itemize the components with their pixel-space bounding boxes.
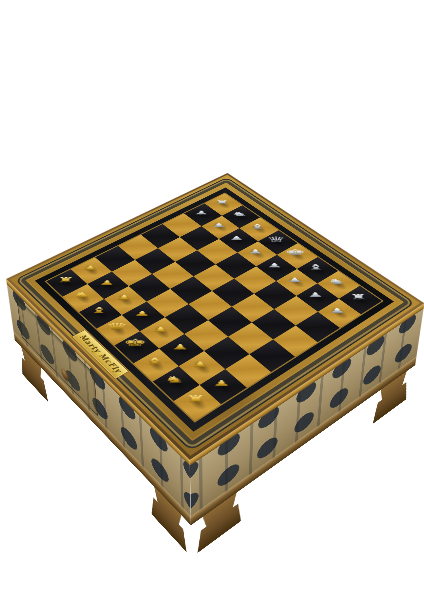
square-h4[interactable] bbox=[249, 339, 295, 372]
square-c1[interactable]: ♝ bbox=[79, 299, 122, 328]
chess-box: ♜♞♝♛♚♝♞♜♟♟♟♟♟♟♟♟♟♟♟♟♟♟♟♟♜♞♝♛♚♝♞♜ Marty M… bbox=[6, 173, 424, 460]
piece-shadow-ellipse bbox=[185, 392, 210, 412]
piece-shadow-ellipse bbox=[132, 308, 154, 324]
square-h2[interactable]: ♟ bbox=[200, 369, 247, 404]
gold-bishop-glyph: ♝ bbox=[131, 357, 177, 366]
silver-bishop-glyph: ♝ bbox=[295, 263, 337, 270]
square-e3[interactable] bbox=[165, 304, 208, 334]
piece-shadow-ellipse bbox=[211, 376, 236, 395]
piece-shadow-ellipse bbox=[144, 355, 168, 374]
silver-bishop-glyph: ♝ bbox=[238, 223, 277, 229]
square-e2[interactable]: ♟ bbox=[140, 317, 184, 348]
gold-rook-glyph: ♜ bbox=[171, 394, 219, 403]
piece-shadow-ellipse bbox=[107, 321, 129, 338]
gold-rook-glyph: ♜ bbox=[44, 276, 87, 283]
board-top-surface: ♜♞♝♛♚♝♞♜♟♟♟♟♟♟♟♟♟♟♟♟♟♟♟♟♜♞♝♛♚♝♞♜ Marty M… bbox=[6, 173, 424, 460]
square-e1[interactable]: ♚ bbox=[115, 331, 160, 363]
gold-pawn-glyph: ♟ bbox=[198, 379, 245, 387]
silver-pawn-glyph: ♟ bbox=[294, 292, 337, 298]
square-g5[interactable] bbox=[252, 309, 296, 339]
square-h5[interactable] bbox=[273, 325, 318, 357]
silver-pawn-glyph: ♟ bbox=[200, 222, 239, 227]
gold-pawn-glyph: ♟ bbox=[102, 295, 145, 302]
silver-pawn-glyph: ♟ bbox=[315, 307, 359, 314]
gold-pawn-glyph: ♟ bbox=[177, 361, 223, 369]
square-d1[interactable]: ♛ bbox=[96, 315, 140, 346]
square-f4[interactable] bbox=[208, 306, 252, 336]
silver-knight-glyph: ♞ bbox=[220, 211, 258, 217]
square-h7[interactable]: ♟ bbox=[318, 298, 361, 327]
silver-pawn-glyph: ♟ bbox=[235, 249, 275, 255]
square-g4[interactable] bbox=[228, 323, 273, 354]
piece-shadow-ellipse bbox=[190, 358, 214, 377]
piece-shadow-ellipse bbox=[151, 324, 174, 341]
square-d2[interactable]: ♟ bbox=[122, 301, 165, 331]
gold-bishop-glyph: ♝ bbox=[77, 306, 121, 314]
gold-pawn-glyph: ♟ bbox=[157, 343, 202, 350]
square-g2[interactable]: ♟ bbox=[179, 351, 225, 385]
silver-rook-glyph: ♜ bbox=[203, 199, 240, 205]
silver-knight-glyph: ♞ bbox=[315, 278, 358, 285]
square-f1[interactable]: ♝ bbox=[133, 348, 179, 381]
square-f2[interactable]: ♟ bbox=[159, 334, 204, 366]
piece-shadow-ellipse bbox=[164, 373, 188, 392]
square-f5[interactable] bbox=[231, 293, 274, 322]
square-e4[interactable] bbox=[189, 291, 232, 320]
square-f3[interactable] bbox=[184, 320, 228, 351]
square-h1[interactable]: ♜ bbox=[173, 385, 221, 421]
silver-queen-glyph: ♛ bbox=[256, 236, 296, 243]
box-foot bbox=[197, 489, 242, 553]
silver-king-glyph: ♚ bbox=[275, 249, 316, 257]
silver-pawn-glyph: ♟ bbox=[217, 235, 256, 241]
board-frame-rail: ♜♞♝♛♚♝♞♜♟♟♟♟♟♟♟♟♟♟♟♟♟♟♟♟♜♞♝♛♚♝♞♜ Marty M… bbox=[10, 175, 420, 456]
piece-shadow-ellipse bbox=[125, 338, 148, 356]
silver-pawn-glyph: ♟ bbox=[183, 210, 221, 215]
gold-pawn-glyph: ♟ bbox=[85, 280, 127, 286]
square-g3[interactable] bbox=[204, 337, 249, 369]
gold-pawn-glyph: ♟ bbox=[120, 310, 164, 317]
square-g1[interactable]: ♞ bbox=[153, 366, 200, 401]
square-h6[interactable] bbox=[296, 312, 340, 342]
gold-king-glyph: ♚ bbox=[112, 338, 158, 348]
silver-rook-glyph: ♜ bbox=[336, 293, 380, 300]
gold-pawn-glyph: ♟ bbox=[69, 265, 111, 271]
square-d3[interactable] bbox=[146, 289, 188, 318]
box-foot bbox=[150, 482, 186, 552]
gold-knight-glyph: ♞ bbox=[151, 375, 198, 384]
silver-pawn-glyph: ♟ bbox=[274, 277, 316, 283]
box-foot bbox=[373, 368, 411, 424]
silver-pawn-glyph: ♟ bbox=[254, 262, 295, 268]
square-h3[interactable] bbox=[225, 354, 271, 388]
square-g6[interactable] bbox=[274, 296, 317, 325]
product-photo-scene: ♜♞♝♛♚♝♞♜♟♟♟♟♟♟♟♟♟♟♟♟♟♟♟♟♜♞♝♛♚♝♞♜ Marty M… bbox=[0, 0, 424, 600]
piece-shadow-ellipse bbox=[170, 341, 193, 359]
gold-pawn-glyph: ♟ bbox=[138, 326, 183, 333]
gold-queen-glyph: ♛ bbox=[94, 322, 139, 331]
gold-knight-glyph: ♞ bbox=[60, 291, 103, 298]
